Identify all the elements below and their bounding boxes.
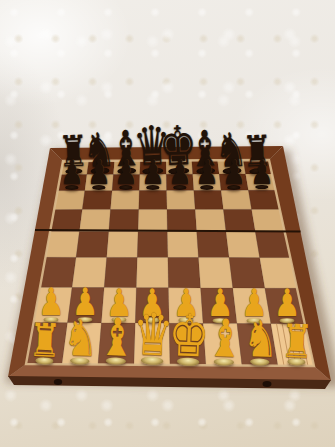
piece-glyph: ♟ [168, 155, 192, 189]
piece-glyph: ♜ [28, 316, 62, 363]
piece-glyph: ♝ [98, 311, 136, 364]
piece-glyph: ♟ [250, 155, 274, 189]
piece-glyph: ♞ [63, 313, 100, 364]
piece-black-pawn-c7[interactable]: ♟ [114, 155, 138, 189]
piece-black-pawn-g7[interactable]: ♟ [223, 155, 247, 189]
piece-glyph: ♟ [223, 155, 247, 189]
piece-glyph: ♟ [141, 155, 165, 189]
pieces-layer: ♜♞♝♛♚♝♞♜♟♟♟♟♟♟♟♟♟♟♟♟♟♟♟♟♜♞♝♛♚♝♞♜ [0, 0, 335, 447]
piece-black-pawn-h7[interactable]: ♟ [250, 155, 274, 189]
piece-black-pawn-e7[interactable]: ♟ [168, 155, 192, 189]
piece-black-pawn-b7[interactable]: ♟ [87, 155, 111, 189]
piece-glyph: ♚ [168, 306, 211, 366]
piece-white-knight-b1[interactable]: ♞ [63, 313, 100, 364]
piece-glyph: ♟ [114, 155, 138, 189]
piece-white-bishop-f1[interactable]: ♝ [206, 312, 244, 365]
piece-white-knight-g1[interactable]: ♞ [242, 314, 279, 365]
piece-white-king-e1[interactable]: ♚ [168, 306, 211, 366]
piece-glyph: ♟ [60, 155, 84, 189]
piece-glyph: ♞ [242, 314, 279, 365]
piece-glyph: ♝ [206, 312, 244, 365]
piece-white-bishop-c1[interactable]: ♝ [98, 311, 136, 364]
piece-black-pawn-d7[interactable]: ♟ [141, 155, 165, 189]
piece-glyph: ♟ [195, 155, 219, 189]
piece-glyph: ♟ [87, 155, 111, 189]
piece-glyph: ♜ [279, 318, 313, 365]
piece-white-rook-a1[interactable]: ♜ [28, 316, 62, 363]
piece-black-pawn-f7[interactable]: ♟ [195, 155, 219, 189]
chess-set-photo: ♜♞♝♛♚♝♞♜♟♟♟♟♟♟♟♟♟♟♟♟♟♟♟♟♜♞♝♛♚♝♞♜ [0, 0, 335, 447]
piece-black-pawn-a7[interactable]: ♟ [60, 155, 84, 189]
piece-white-rook-h1[interactable]: ♜ [279, 318, 313, 365]
